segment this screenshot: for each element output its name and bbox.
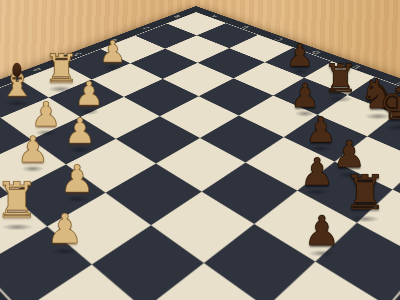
rook-glyph: ♜ xyxy=(343,164,386,220)
white-pawn-e2[interactable]: ♟ xyxy=(60,157,94,201)
black-pawn-g5[interactable]: ♟ xyxy=(300,150,334,194)
pawn-glyph: ♟ xyxy=(31,94,61,134)
king-glyph: ♚ xyxy=(379,78,400,129)
black-rook-h5[interactable]: ♜ xyxy=(343,164,386,220)
pawn-glyph: ♟ xyxy=(300,150,334,194)
white-pawn-b5[interactable]: ♟ xyxy=(100,34,127,69)
pawn-glyph: ♟ xyxy=(304,207,341,255)
bishop-dark-finial xyxy=(12,63,21,77)
pawn-glyph: ♟ xyxy=(47,205,84,253)
rook-glyph: ♜ xyxy=(323,56,358,101)
pawn-glyph: ♟ xyxy=(286,37,314,73)
pawn-glyph: ♟ xyxy=(60,157,94,201)
white-pawn-d2[interactable]: ♟ xyxy=(17,129,49,170)
black-pawn-d8[interactable]: ♟ xyxy=(286,37,314,73)
white-bishop-a4[interactable]: ♝ xyxy=(0,59,35,105)
white-rook-e1[interactable]: ♜ xyxy=(0,172,39,229)
white-pawn-c3[interactable]: ♟ xyxy=(31,94,61,134)
black-pawn-h4[interactable]: ♟ xyxy=(304,207,341,255)
pawn-glyph: ♟ xyxy=(17,129,49,170)
white-pawn-d3[interactable]: ♟ xyxy=(64,111,95,151)
black-rook-e8[interactable]: ♜ xyxy=(323,56,358,101)
white-pawn-f1[interactable]: ♟ xyxy=(47,205,84,253)
black-king-g8[interactable]: ♚ xyxy=(379,78,400,129)
pawn-glyph: ♟ xyxy=(74,74,104,113)
pawn-glyph: ♟ xyxy=(64,111,95,151)
chess-photo-scene: AA88BB77CC66DD55EE44FF33GG22HH11 ♝♜♟♟♟♟♟… xyxy=(0,0,400,300)
white-pawn-c4[interactable]: ♟ xyxy=(74,74,104,113)
rook-glyph: ♜ xyxy=(0,172,39,229)
pawn-glyph: ♟ xyxy=(100,34,127,69)
